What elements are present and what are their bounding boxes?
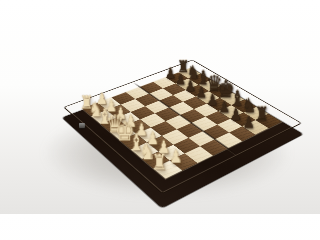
white-pawn-piece[interactable]: ♟ [169, 148, 182, 166]
black-pawn-piece[interactable]: ♟ [196, 85, 207, 100]
black-pawn-piece[interactable]: ♟ [207, 92, 218, 108]
white-rook-piece[interactable]: ♜ [152, 152, 168, 173]
black-pawn-piece[interactable]: ♟ [230, 106, 242, 122]
clasp-latch-icon [79, 123, 85, 128]
black-rook-piece[interactable]: ♜ [255, 105, 269, 124]
scene: ♜♞♝♛♚♝♞♜♟♟♟♟♟♟♟♟♟♟♟♟♟♟♟♟♜♞♝♛♚♝♞♜ [95, 30, 265, 200]
product-photo-stage: ♜♞♝♛♚♝♞♜♟♟♟♟♟♟♟♟♟♟♟♟♟♟♟♟♜♞♝♛♚♝♞♜ [0, 0, 320, 214]
black-pawn-piece[interactable]: ♟ [243, 114, 255, 131]
square-h8[interactable]: ♜ [256, 114, 282, 128]
black-pawn-piece[interactable]: ♟ [218, 99, 230, 115]
